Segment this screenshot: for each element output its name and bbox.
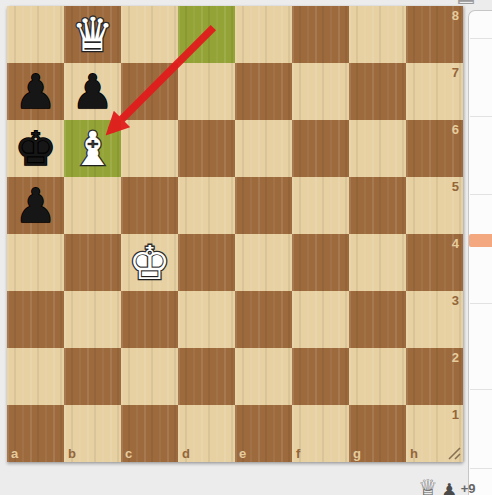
square-g3[interactable] (349, 291, 406, 348)
square-a3[interactable] (7, 291, 64, 348)
square-f8[interactable] (292, 6, 349, 63)
file-label-b: b (68, 446, 76, 461)
square-d4[interactable] (178, 234, 235, 291)
file-label-g: g (353, 446, 361, 461)
square-f7[interactable] (292, 63, 349, 120)
board-resize-handle[interactable] (447, 446, 461, 460)
white-queen[interactable]: ♛ (64, 6, 121, 63)
square-g4[interactable] (349, 234, 406, 291)
square-d5[interactable] (178, 177, 235, 234)
rank-label-7: 7 (452, 65, 459, 80)
square-h5[interactable]: 5 (406, 177, 463, 234)
file-label-e: e (239, 446, 246, 461)
square-f4[interactable] (292, 234, 349, 291)
square-f3[interactable] (292, 291, 349, 348)
file-label-d: d (182, 446, 190, 461)
panel-separator (470, 116, 492, 117)
side-panel[interactable] (468, 10, 492, 495)
panel-separator (470, 38, 492, 39)
square-c7[interactable] (121, 63, 178, 120)
square-f5[interactable] (292, 177, 349, 234)
file-label-a: a (11, 446, 18, 461)
square-e8[interactable] (235, 6, 292, 63)
rank-label-6: 6 (452, 122, 459, 137)
square-h4[interactable]: 4 (406, 234, 463, 291)
square-f6[interactable] (292, 120, 349, 177)
square-c6[interactable] (121, 120, 178, 177)
black-king[interactable]: ♚ (7, 120, 64, 177)
square-e7[interactable] (235, 63, 292, 120)
square-e4[interactable] (235, 234, 292, 291)
square-g2[interactable] (349, 348, 406, 405)
rank-label-2: 2 (452, 350, 459, 365)
square-h3[interactable]: 3 (406, 291, 463, 348)
panel-separator (470, 389, 492, 390)
rank-label-1: 1 (452, 407, 459, 422)
rank-label-4: 4 (452, 236, 459, 251)
square-c2[interactable] (121, 348, 178, 405)
square-e5[interactable] (235, 177, 292, 234)
board[interactable]: ♛8♟♟7♚♝6♟5♚432abcdefg1h (7, 6, 463, 462)
square-f2[interactable] (292, 348, 349, 405)
square-b1[interactable]: b (64, 405, 121, 462)
square-b6[interactable]: ♝ (64, 120, 121, 177)
black-pawn[interactable]: ♟ (7, 63, 64, 120)
square-g7[interactable] (349, 63, 406, 120)
square-b8[interactable]: ♛ (64, 6, 121, 63)
square-g1[interactable]: g (349, 405, 406, 462)
captured-white-queen-icon: ♕ (418, 476, 438, 495)
black-pawn[interactable]: ♟ (64, 63, 121, 120)
chess-app-viewport: ♛ ♛8♟♟7♚♝6♟5♚432abcdefg1h ♕ ♟ +9 (0, 0, 492, 495)
square-b2[interactable] (64, 348, 121, 405)
square-h6[interactable]: 6 (406, 120, 463, 177)
file-label-h: h (410, 446, 418, 461)
rank-label-5: 5 (452, 179, 459, 194)
material-advantage-label: +9 (461, 481, 476, 495)
square-h7[interactable]: 7 (406, 63, 463, 120)
square-g5[interactable] (349, 177, 406, 234)
square-e3[interactable] (235, 291, 292, 348)
clipped-queen-icon: ♛ (446, 0, 486, 10)
square-e1[interactable]: e (235, 405, 292, 462)
panel-separator (470, 303, 492, 304)
square-g8[interactable] (349, 6, 406, 63)
square-d7[interactable] (178, 63, 235, 120)
square-h8[interactable]: 8 (406, 6, 463, 63)
square-a7[interactable]: ♟ (7, 63, 64, 120)
square-c4[interactable]: ♚ (121, 234, 178, 291)
square-b4[interactable] (64, 234, 121, 291)
square-b5[interactable] (64, 177, 121, 234)
white-king[interactable]: ♚ (121, 234, 178, 291)
square-d1[interactable]: d (178, 405, 235, 462)
square-a6[interactable]: ♚ (7, 120, 64, 177)
square-e2[interactable] (235, 348, 292, 405)
square-c3[interactable] (121, 291, 178, 348)
square-c1[interactable]: c (121, 405, 178, 462)
square-c5[interactable] (121, 177, 178, 234)
square-d8[interactable] (178, 6, 235, 63)
square-d6[interactable] (178, 120, 235, 177)
captured-black-pawn-icon: ♟ (441, 478, 458, 495)
square-c8[interactable] (121, 6, 178, 63)
file-label-c: c (125, 446, 132, 461)
panel-separator (470, 194, 492, 195)
panel-separator (470, 468, 492, 469)
square-d3[interactable] (178, 291, 235, 348)
square-a2[interactable] (7, 348, 64, 405)
square-d2[interactable] (178, 348, 235, 405)
square-b7[interactable]: ♟ (64, 63, 121, 120)
panel-highlight-marker (469, 234, 492, 247)
square-a4[interactable] (7, 234, 64, 291)
square-b3[interactable] (64, 291, 121, 348)
square-e6[interactable] (235, 120, 292, 177)
square-a5[interactable]: ♟ (7, 177, 64, 234)
square-g6[interactable] (349, 120, 406, 177)
square-a1[interactable]: a (7, 405, 64, 462)
square-a8[interactable] (7, 6, 64, 63)
square-h2[interactable]: 2 (406, 348, 463, 405)
material-bar: ♕ ♟ +9 (418, 476, 476, 495)
white-bishop[interactable]: ♝ (64, 120, 121, 177)
square-f1[interactable]: f (292, 405, 349, 462)
rank-label-3: 3 (452, 293, 459, 308)
file-label-f: f (296, 446, 300, 461)
black-pawn[interactable]: ♟ (7, 177, 64, 234)
